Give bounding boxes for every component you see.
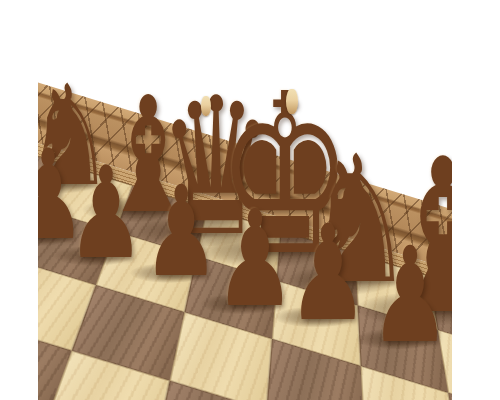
product-photo-canvas: ♞♝♛♟♚♟♟♞♟♝♟♟: [0, 0, 500, 400]
pawn-piece: ♟: [214, 193, 295, 326]
queen-finial-icon: [201, 96, 211, 116]
pawn-piece: ♟: [370, 229, 450, 361]
pawn-piece: ♟: [143, 169, 219, 294]
chess-set-photo: ♞♝♛♟♚♟♟♞♟♝♟♟: [38, 0, 452, 400]
pawn-piece: ♟: [67, 150, 144, 277]
king-finial-icon: [286, 89, 298, 114]
pawn-piece: ♟: [288, 207, 368, 339]
piece-layer: ♞♝♛♟♚♟♟♞♟♝♟♟: [38, 0, 452, 400]
